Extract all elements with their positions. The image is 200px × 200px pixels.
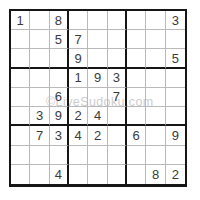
cell-r4c6-given[interactable]: 3 — [108, 69, 127, 88]
cell-r8c2-empty[interactable] — [30, 146, 49, 165]
cell-r8c7-empty[interactable] — [127, 146, 146, 165]
cell-r4c3-empty[interactable] — [50, 69, 69, 88]
cell-r9c7-empty[interactable] — [127, 165, 146, 184]
cell-r5c8-empty[interactable] — [146, 88, 165, 107]
cell-r2c4-given[interactable]: 7 — [69, 30, 88, 49]
cell-r4c5-given[interactable]: 9 — [88, 69, 107, 88]
sudoku-grid: 1835795193673924734269482 — [11, 11, 185, 184]
cell-r3c6-empty[interactable] — [108, 49, 127, 68]
cell-r5c9-empty[interactable] — [166, 88, 185, 107]
cell-r4c9-empty[interactable] — [166, 69, 185, 88]
cell-r7c6-empty[interactable] — [108, 126, 127, 145]
cell-r7c1-empty[interactable] — [11, 126, 30, 145]
cell-r2c8-empty[interactable] — [146, 30, 165, 49]
cell-r4c4-given[interactable]: 1 — [69, 69, 88, 88]
cell-r3c9-given[interactable]: 5 — [166, 49, 185, 68]
cell-r2c7-empty[interactable] — [127, 30, 146, 49]
cell-r5c1-empty[interactable] — [11, 88, 30, 107]
cell-r7c4-given[interactable]: 4 — [69, 126, 88, 145]
cell-r6c3-given[interactable]: 9 — [50, 107, 69, 126]
cell-r6c4-given[interactable]: 2 — [69, 107, 88, 126]
cell-r5c4-empty[interactable] — [69, 88, 88, 107]
cell-r7c8-empty[interactable] — [146, 126, 165, 145]
cell-r5c7-empty[interactable] — [127, 88, 146, 107]
cell-r2c6-empty[interactable] — [108, 30, 127, 49]
cell-r1c2-empty[interactable] — [30, 11, 49, 30]
cell-r7c5-given[interactable]: 2 — [88, 126, 107, 145]
cell-r8c3-empty[interactable] — [50, 146, 69, 165]
cell-r7c2-given[interactable]: 7 — [30, 126, 49, 145]
cell-r3c2-empty[interactable] — [30, 49, 49, 68]
sudoku-puzzle-image: ©LiveSudoku.com 183579519367392473426948… — [0, 0, 200, 200]
cell-r3c8-empty[interactable] — [146, 49, 165, 68]
cell-r2c2-empty[interactable] — [30, 30, 49, 49]
cell-r8c6-empty[interactable] — [108, 146, 127, 165]
cell-r8c4-empty[interactable] — [69, 146, 88, 165]
cell-r3c3-empty[interactable] — [50, 49, 69, 68]
sudoku-board: ©LiveSudoku.com 183579519367392473426948… — [9, 9, 187, 187]
cell-r1c6-empty[interactable] — [108, 11, 127, 30]
cell-r9c8-given[interactable]: 8 — [146, 165, 165, 184]
cell-r1c4-empty[interactable] — [69, 11, 88, 30]
cell-r9c5-empty[interactable] — [88, 165, 107, 184]
cell-r6c8-empty[interactable] — [146, 107, 165, 126]
cell-r6c7-empty[interactable] — [127, 107, 146, 126]
cell-r8c5-empty[interactable] — [88, 146, 107, 165]
cell-r4c1-empty[interactable] — [11, 69, 30, 88]
cell-r5c5-empty[interactable] — [88, 88, 107, 107]
cell-r3c4-given[interactable]: 9 — [69, 49, 88, 68]
cell-r8c9-empty[interactable] — [166, 146, 185, 165]
cell-r7c7-given[interactable]: 6 — [127, 126, 146, 145]
cell-r1c1-given[interactable]: 1 — [11, 11, 30, 30]
cell-r5c2-empty[interactable] — [30, 88, 49, 107]
cell-r8c8-empty[interactable] — [146, 146, 165, 165]
cell-r1c7-empty[interactable] — [127, 11, 146, 30]
cell-r2c3-given[interactable]: 5 — [50, 30, 69, 49]
cell-r1c9-given[interactable]: 3 — [166, 11, 185, 30]
cell-r6c6-empty[interactable] — [108, 107, 127, 126]
cell-r9c2-empty[interactable] — [30, 165, 49, 184]
cell-r8c1-empty[interactable] — [11, 146, 30, 165]
cell-r6c1-empty[interactable] — [11, 107, 30, 126]
cell-r2c5-empty[interactable] — [88, 30, 107, 49]
cell-r5c6-given[interactable]: 7 — [108, 88, 127, 107]
cell-r9c6-empty[interactable] — [108, 165, 127, 184]
cell-r7c9-given[interactable]: 9 — [166, 126, 185, 145]
cell-r9c1-empty[interactable] — [11, 165, 30, 184]
cell-r3c5-empty[interactable] — [88, 49, 107, 68]
cell-r7c3-given[interactable]: 3 — [50, 126, 69, 145]
cell-r5c3-given[interactable]: 6 — [50, 88, 69, 107]
cell-r9c3-given[interactable]: 4 — [50, 165, 69, 184]
cell-r3c7-empty[interactable] — [127, 49, 146, 68]
cell-r2c1-empty[interactable] — [11, 30, 30, 49]
cell-r1c5-empty[interactable] — [88, 11, 107, 30]
cell-r1c3-given[interactable]: 8 — [50, 11, 69, 30]
cell-r3c1-empty[interactable] — [11, 49, 30, 68]
cell-r4c2-empty[interactable] — [30, 69, 49, 88]
cell-r9c4-empty[interactable] — [69, 165, 88, 184]
cell-r6c9-empty[interactable] — [166, 107, 185, 126]
cell-r4c8-empty[interactable] — [146, 69, 165, 88]
cell-r2c9-empty[interactable] — [166, 30, 185, 49]
cell-r1c8-empty[interactable] — [146, 11, 165, 30]
cell-r6c5-given[interactable]: 4 — [88, 107, 107, 126]
cell-r6c2-given[interactable]: 3 — [30, 107, 49, 126]
cell-r4c7-empty[interactable] — [127, 69, 146, 88]
cell-r9c9-given[interactable]: 2 — [166, 165, 185, 184]
